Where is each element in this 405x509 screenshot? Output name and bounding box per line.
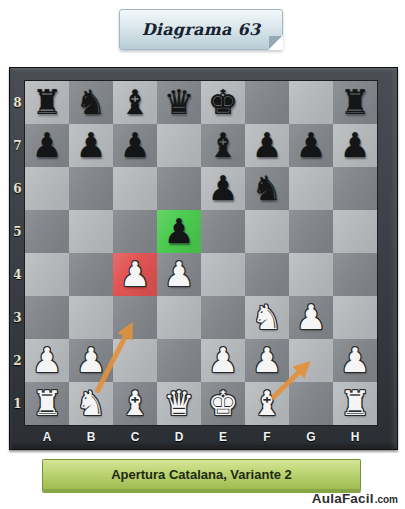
square-d8[interactable]: ♛	[157, 81, 201, 124]
white-pawn: ♟	[208, 343, 238, 377]
square-d1[interactable]: ♛	[157, 382, 201, 425]
square-b2[interactable]: ♟	[69, 339, 113, 382]
square-g7[interactable]: ♟	[289, 124, 333, 167]
black-queen: ♛	[164, 85, 194, 119]
square-h4[interactable]	[333, 253, 377, 296]
black-pawn: ♟	[340, 128, 370, 162]
black-rook: ♜	[340, 85, 370, 119]
square-b6[interactable]	[69, 167, 113, 210]
square-b7[interactable]: ♟	[69, 124, 113, 167]
square-h7[interactable]: ♟	[333, 124, 377, 167]
opening-caption-banner: Apertura Catalana, Variante 2	[42, 459, 361, 493]
brand-name: AulaFacil	[312, 491, 374, 506]
square-b3[interactable]	[69, 296, 113, 339]
file-labels: ABCDEFGH	[25, 425, 377, 449]
square-b5[interactable]	[69, 210, 113, 253]
black-pawn: ♟	[120, 128, 150, 162]
white-knight: ♞	[252, 300, 282, 334]
white-pawn: ♟	[32, 343, 62, 377]
square-d7[interactable]	[157, 124, 201, 167]
rank-label-5: 5	[10, 210, 25, 253]
square-g2[interactable]	[289, 339, 333, 382]
white-king: ♚	[208, 386, 238, 420]
brand-watermark: AulaFacil .com	[312, 491, 398, 506]
square-a6[interactable]	[25, 167, 69, 210]
square-h5[interactable]	[333, 210, 377, 253]
square-g4[interactable]	[289, 253, 333, 296]
rank-label-3: 3	[10, 296, 25, 339]
opening-caption: Apertura Catalana, Variante 2	[111, 467, 292, 482]
square-c4[interactable]: ♟	[113, 253, 157, 296]
white-bishop: ♝	[252, 386, 282, 420]
white-rook: ♜	[32, 386, 62, 420]
square-b1[interactable]: ♞	[69, 382, 113, 425]
square-d5[interactable]: ♟	[157, 210, 201, 253]
diagram-title: Diagrama 63	[142, 20, 261, 39]
rank-label-8: 8	[10, 81, 25, 124]
square-e6[interactable]: ♟	[201, 167, 245, 210]
square-c2[interactable]	[113, 339, 157, 382]
white-pawn: ♟	[296, 300, 326, 334]
white-pawn: ♟	[76, 343, 106, 377]
white-pawn: ♟	[120, 257, 150, 291]
square-d3[interactable]	[157, 296, 201, 339]
square-e2[interactable]: ♟	[201, 339, 245, 382]
square-c6[interactable]	[113, 167, 157, 210]
banner-fold-icon	[269, 36, 282, 49]
black-king: ♚	[208, 85, 238, 119]
square-f6[interactable]: ♞	[245, 167, 289, 210]
square-g5[interactable]	[289, 210, 333, 253]
white-knight: ♞	[76, 386, 106, 420]
square-a5[interactable]	[25, 210, 69, 253]
square-h1[interactable]: ♜	[333, 382, 377, 425]
white-queen: ♛	[164, 386, 194, 420]
square-c8[interactable]: ♝	[113, 81, 157, 124]
square-d2[interactable]	[157, 339, 201, 382]
square-a4[interactable]	[25, 253, 69, 296]
white-bishop: ♝	[120, 386, 150, 420]
square-g1[interactable]	[289, 382, 333, 425]
square-e3[interactable]	[201, 296, 245, 339]
square-c1[interactable]: ♝	[113, 382, 157, 425]
square-g6[interactable]	[289, 167, 333, 210]
square-c5[interactable]	[113, 210, 157, 253]
brand-suffix: .com	[375, 494, 398, 505]
file-label-g: G	[289, 425, 333, 449]
square-e8[interactable]: ♚	[201, 81, 245, 124]
rank-label-1: 1	[10, 382, 25, 425]
square-c3[interactable]	[113, 296, 157, 339]
black-rook: ♜	[32, 85, 62, 119]
square-g8[interactable]	[289, 81, 333, 124]
black-pawn: ♟	[32, 128, 62, 162]
rank-label-4: 4	[10, 253, 25, 296]
square-e7[interactable]: ♝	[201, 124, 245, 167]
black-pawn: ♟	[208, 171, 238, 205]
rank-labels: 87654321	[10, 81, 25, 425]
square-f7[interactable]: ♟	[245, 124, 289, 167]
rank-label-6: 6	[10, 167, 25, 210]
square-b4[interactable]	[69, 253, 113, 296]
square-e1[interactable]: ♚	[201, 382, 245, 425]
file-label-d: D	[157, 425, 201, 449]
white-pawn: ♟	[164, 257, 194, 291]
diagram-title-banner: Diagrama 63	[119, 9, 283, 50]
white-pawn: ♟	[252, 343, 282, 377]
square-c7[interactable]: ♟	[113, 124, 157, 167]
square-f1[interactable]: ♝	[245, 382, 289, 425]
file-label-e: E	[201, 425, 245, 449]
file-label-h: H	[333, 425, 377, 449]
board-squares: ♜♞♝♛♚♜♟♟♟♝♟♟♟♟♞♟♟♟♞♟♟♟♟♟♟♜♞♝♛♚♝♜	[25, 81, 377, 425]
square-h8[interactable]: ♜	[333, 81, 377, 124]
file-label-f: F	[245, 425, 289, 449]
black-knight: ♞	[76, 85, 106, 119]
square-f8[interactable]	[245, 81, 289, 124]
file-label-c: C	[113, 425, 157, 449]
square-b8[interactable]: ♞	[69, 81, 113, 124]
rank-label-7: 7	[10, 124, 25, 167]
rank-label-2: 2	[10, 339, 25, 382]
black-pawn: ♟	[76, 128, 106, 162]
black-pawn: ♟	[296, 128, 326, 162]
square-f2[interactable]: ♟	[245, 339, 289, 382]
square-h6[interactable]	[333, 167, 377, 210]
black-bishop: ♝	[120, 85, 150, 119]
square-e5[interactable]	[201, 210, 245, 253]
square-d6[interactable]	[157, 167, 201, 210]
black-pawn: ♟	[164, 214, 194, 248]
square-g3[interactable]: ♟	[289, 296, 333, 339]
square-f3[interactable]: ♞	[245, 296, 289, 339]
file-label-b: B	[69, 425, 113, 449]
white-pawn: ♟	[340, 343, 370, 377]
square-a7[interactable]: ♟	[25, 124, 69, 167]
square-a8[interactable]: ♜	[25, 81, 69, 124]
page: Diagrama 63 87654321 ♜♞♝♛♚♜♟♟♟♝♟♟♟♟♞♟♟♟♞…	[0, 0, 405, 509]
square-f4[interactable]	[245, 253, 289, 296]
square-e4[interactable]	[201, 253, 245, 296]
file-label-a: A	[25, 425, 69, 449]
chess-board-frame: 87654321 ♜♞♝♛♚♜♟♟♟♝♟♟♟♟♞♟♟♟♞♟♟♟♟♟♟♜♞♝♛♚♝…	[9, 67, 398, 450]
square-f5[interactable]	[245, 210, 289, 253]
square-a2[interactable]: ♟	[25, 339, 69, 382]
square-h2[interactable]: ♟	[333, 339, 377, 382]
black-bishop: ♝	[208, 128, 238, 162]
square-d4[interactable]: ♟	[157, 253, 201, 296]
white-rook: ♜	[340, 386, 370, 420]
black-knight: ♞	[252, 171, 282, 205]
square-a3[interactable]	[25, 296, 69, 339]
square-h3[interactable]	[333, 296, 377, 339]
black-pawn: ♟	[252, 128, 282, 162]
square-a1[interactable]: ♜	[25, 382, 69, 425]
